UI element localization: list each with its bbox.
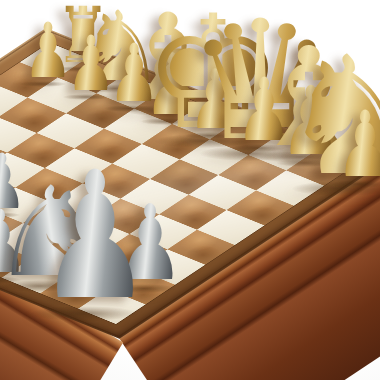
pieces-layer: ♜♟♞♟♝♟♟♚♟♛♟♝♟♞♟♟♟♞♟♟ [0, 0, 380, 380]
product-photo-stage: ♜♟♞♟♝♟♟♚♟♛♟♝♟♞♟♟♟♞♟♟ [0, 0, 380, 380]
gold-pawn[interactable]: ♟ [324, 99, 380, 190]
pawn-glyph: ♟ [38, 149, 152, 325]
pawn-glyph: ♟ [336, 99, 380, 190]
silver-pawn[interactable]: ♟ [16, 149, 174, 325]
